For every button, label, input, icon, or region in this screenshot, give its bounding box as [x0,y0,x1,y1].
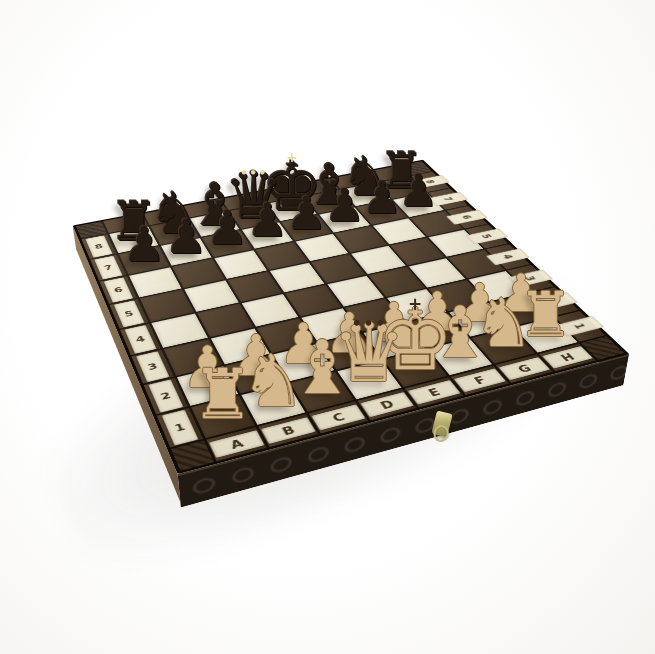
coordinate-text: 3 [136,351,169,382]
piece-black-pawn-c7[interactable]: ♟ [206,205,248,252]
scene: 8877665544332211ABCDEFGH ♜♞♝♛•••♚+♝♞♜♟♟♟… [0,0,655,654]
piece-black-pawn-e7[interactable]: ♟ [286,190,327,236]
piece-white-rook-a1[interactable]: ♜ [192,360,254,429]
queen-crown-tips: ••• [240,166,268,179]
queen-crown-tips: ••• [352,317,387,333]
piece-black-pawn-g7[interactable]: ♟ [362,175,402,220]
coordinate-text: 5 [114,300,145,327]
coordinate-text: 5 [465,228,508,244]
coordinate-text: 7 [94,256,122,280]
piece-black-pawn-f7[interactable]: ♟ [324,182,365,228]
coordinate-text: 6 [104,277,133,302]
king-cross-finial: + [408,296,422,313]
piece-black-pawn-d7[interactable]: ♟ [246,197,288,244]
king-cross-finial: + [286,152,297,166]
coordinate-text: 4 [125,325,157,354]
coordinate-text: 6 [446,210,488,225]
piece-black-pawn-b7[interactable]: ♟ [165,213,208,261]
piece-black-pawn-h7[interactable]: ♟ [398,168,438,213]
piece-black-pawn-a7[interactable]: ♟ [122,220,165,268]
coordinate-text: 2 [148,379,183,412]
